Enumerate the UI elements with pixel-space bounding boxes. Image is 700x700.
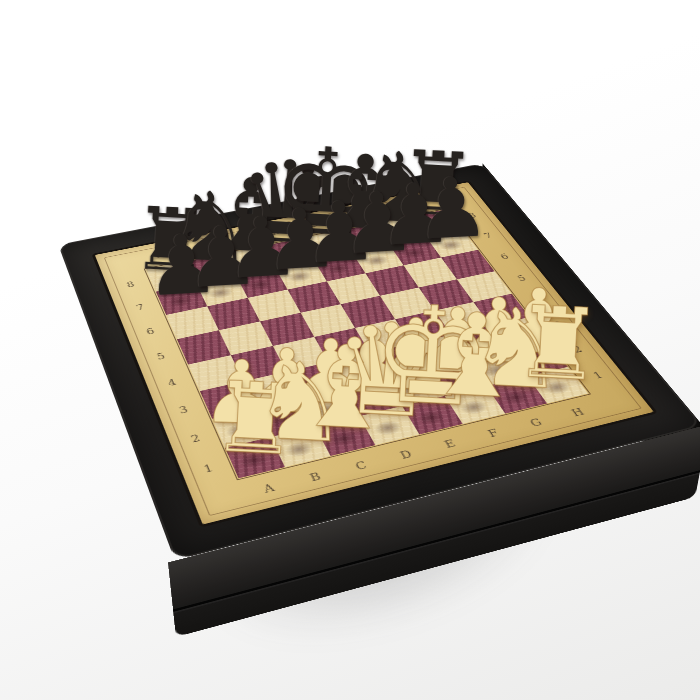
file-label-front-c: C <box>331 446 392 486</box>
piece-contact-shadow <box>350 388 393 413</box>
piece-contact-shadow <box>366 415 410 441</box>
piece-contact-shadow <box>452 395 496 420</box>
square-b1 <box>270 427 330 467</box>
square-d4 <box>314 328 370 362</box>
rank-label-left-2: 2 <box>168 419 224 458</box>
piece-contact-shadow <box>218 418 261 444</box>
piece-contact-shadow <box>393 378 436 402</box>
piece-contact-shadow <box>231 447 276 474</box>
square-f2 <box>427 360 486 396</box>
square-b3 <box>243 372 300 409</box>
file-label-front-a: A <box>239 468 300 510</box>
rank-label-right-2: 2 <box>549 333 606 367</box>
piece-contact-shadow <box>277 436 322 463</box>
piece-contact-shadow <box>322 426 367 452</box>
file-label-front-g: G <box>506 404 567 442</box>
square-f3 <box>411 335 468 370</box>
square-h1 <box>527 367 588 404</box>
piece-contact-shadow <box>494 385 538 410</box>
square-h2 <box>509 341 568 376</box>
piece-contact-shadow <box>307 397 350 422</box>
square-a5 <box>177 330 231 364</box>
rank-label-left-5: 5 <box>135 339 187 373</box>
square-a4 <box>188 355 243 391</box>
piece-contact-shadow <box>434 368 477 392</box>
file-label-front-h: H <box>548 394 610 431</box>
square-b4 <box>231 346 286 381</box>
piece-contact-shadow <box>409 405 453 431</box>
file-label-front-e: E <box>420 425 481 464</box>
photo-stage: ABCDEFGH ABCDEFGH 87654321 87654321 ♜♞♝♛… <box>0 0 700 700</box>
file-label-front-f: F <box>463 414 524 452</box>
square-d1 <box>359 406 419 445</box>
square-g1 <box>486 376 547 413</box>
rank-label-right-3: 3 <box>531 309 587 342</box>
rank-label-left-3: 3 <box>157 391 212 429</box>
square-a2 <box>212 409 270 448</box>
square-d3 <box>329 353 386 389</box>
square-f1 <box>445 386 506 424</box>
square-a3 <box>200 381 257 419</box>
square-c3 <box>286 362 343 398</box>
rank-label-right-1: 1 <box>569 358 628 394</box>
file-label-front-d: D <box>376 435 437 475</box>
piece-contact-shadow <box>476 359 519 383</box>
square-c1 <box>315 416 375 456</box>
piece-contact-shadow <box>263 408 306 434</box>
chess-box-scene: ABCDEFGH ABCDEFGH 87654321 87654321 <box>58 163 700 560</box>
rank-label-left-1: 1 <box>180 448 238 489</box>
square-e1 <box>402 396 462 434</box>
file-label-front-b: B <box>285 457 346 498</box>
square-e3 <box>370 344 427 379</box>
square-g2 <box>468 351 527 387</box>
square-a1 <box>225 437 285 478</box>
piece-contact-shadow <box>535 375 579 399</box>
square-c4 <box>273 337 329 372</box>
square-c2 <box>300 389 359 427</box>
square-d2 <box>343 379 402 416</box>
square-b2 <box>257 398 315 437</box>
rank-label-left-4: 4 <box>146 365 199 401</box>
piece-contact-shadow <box>516 350 559 373</box>
square-g3 <box>451 326 509 360</box>
square-e2 <box>386 369 445 406</box>
chessboard-grid <box>146 209 588 478</box>
